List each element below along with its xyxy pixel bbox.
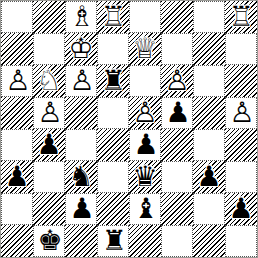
square-a7[interactable] <box>1 33 33 65</box>
square-a2[interactable] <box>1 193 33 225</box>
piece-glyph: ♙ <box>161 65 193 97</box>
piece-black-queen: ♛♛ <box>129 161 161 193</box>
square-f7[interactable] <box>161 33 193 65</box>
square-c2[interactable]: ♟♟ <box>65 193 97 225</box>
piece-white-knight: ♞♘ <box>33 65 65 97</box>
square-f5[interactable]: ♟♟ <box>161 97 193 129</box>
square-d8[interactable]: ♜♖ <box>97 1 129 33</box>
piece-black-pawn: ♟♟ <box>225 193 257 225</box>
piece-black-pawn: ♟♟ <box>193 161 225 193</box>
square-b8[interactable] <box>33 1 65 33</box>
square-b3[interactable] <box>33 161 65 193</box>
piece-glyph: ♟ <box>1 161 33 193</box>
piece-white-pawn: ♟♙ <box>161 65 193 97</box>
square-g7[interactable] <box>193 33 225 65</box>
square-c8[interactable]: ♝♗ <box>65 1 97 33</box>
piece-glyph: ♙ <box>66 65 97 97</box>
square-e2[interactable]: ♝♝ <box>129 193 161 225</box>
square-b7[interactable] <box>33 33 65 65</box>
square-e6[interactable] <box>129 65 161 97</box>
square-h6[interactable] <box>225 65 257 97</box>
piece-white-pawn: ♟♙ <box>129 97 161 129</box>
square-d6[interactable]: ♜♜ <box>97 65 129 97</box>
square-g6[interactable] <box>193 65 225 97</box>
piece-glyph: ♙ <box>129 97 161 129</box>
square-h4[interactable] <box>225 129 257 161</box>
piece-black-rook: ♜♜ <box>98 225 128 257</box>
square-f1[interactable] <box>161 225 193 257</box>
square-e4[interactable]: ♟♟ <box>129 129 161 161</box>
piece-black-pawn: ♟♟ <box>1 161 33 193</box>
square-a3[interactable]: ♟♟ <box>1 161 33 193</box>
square-d4[interactable] <box>97 129 129 161</box>
square-f6[interactable]: ♟♙ <box>161 65 193 97</box>
piece-glyph: ♟ <box>66 193 97 225</box>
square-g5[interactable] <box>193 97 225 129</box>
piece-glyph: ♔ <box>65 33 97 65</box>
piece-black-rook: ♜♜ <box>97 65 129 97</box>
piece-black-pawn: ♟♟ <box>33 129 65 161</box>
piece-glyph: ♟ <box>193 161 225 193</box>
square-b6[interactable]: ♞♘ <box>33 65 65 97</box>
piece-glyph: ♚ <box>34 225 65 257</box>
piece-white-king: ♚♔ <box>65 33 97 65</box>
square-f4[interactable] <box>161 129 193 161</box>
piece-white-queen: ♛♕ <box>129 33 161 65</box>
square-h7[interactable] <box>225 33 257 65</box>
square-c6[interactable]: ♟♙ <box>65 65 97 97</box>
piece-black-king: ♚♚ <box>34 225 64 257</box>
piece-glyph: ♟ <box>162 97 193 129</box>
square-e1[interactable] <box>129 225 161 257</box>
square-a1[interactable] <box>1 225 33 257</box>
piece-glyph: ♜ <box>97 65 129 97</box>
square-e5[interactable]: ♟♙ <box>129 97 161 129</box>
square-c3[interactable]: ♞♞ <box>65 161 97 193</box>
square-g4[interactable] <box>193 129 225 161</box>
piece-glyph: ♛ <box>129 161 161 193</box>
square-c7[interactable]: ♚♔ <box>65 33 97 65</box>
square-d3[interactable] <box>97 161 129 193</box>
square-g8[interactable] <box>193 1 225 33</box>
square-c4[interactable] <box>65 129 97 161</box>
square-b4[interactable]: ♟♟ <box>33 129 65 161</box>
square-e3[interactable]: ♛♛ <box>129 161 161 193</box>
piece-glyph: ♟ <box>225 193 257 225</box>
piece-black-pawn: ♟♟ <box>162 97 192 129</box>
piece-glyph: ♙ <box>34 97 65 129</box>
square-h5[interactable]: ♟♙ <box>225 97 257 129</box>
piece-black-bishop: ♝♝ <box>130 193 160 225</box>
piece-glyph: ♟ <box>130 129 161 161</box>
square-c5[interactable] <box>65 97 97 129</box>
piece-white-rook: ♜♖ <box>225 1 257 33</box>
piece-glyph: ♖ <box>225 1 257 33</box>
square-h3[interactable] <box>225 161 257 193</box>
piece-black-pawn: ♟♟ <box>130 129 160 161</box>
square-h1[interactable] <box>225 225 257 257</box>
square-c1[interactable] <box>65 225 97 257</box>
piece-glyph: ♙ <box>2 65 33 97</box>
piece-glyph: ♕ <box>129 33 161 65</box>
piece-glyph: ♘ <box>33 65 65 97</box>
square-a6[interactable]: ♟♙ <box>1 65 33 97</box>
piece-white-pawn: ♟♙ <box>226 97 256 129</box>
square-g2[interactable] <box>193 193 225 225</box>
square-e8[interactable] <box>129 1 161 33</box>
piece-white-bishop: ♝♗ <box>66 1 96 33</box>
piece-white-rook: ♜♖ <box>97 1 129 33</box>
piece-glyph: ♟ <box>33 129 65 161</box>
square-d7[interactable] <box>97 33 129 65</box>
square-a4[interactable] <box>1 129 33 161</box>
square-b2[interactable] <box>33 193 65 225</box>
square-g1[interactable] <box>193 225 225 257</box>
piece-glyph: ♞ <box>65 161 97 193</box>
square-e7[interactable]: ♛♕ <box>129 33 161 65</box>
piece-glyph: ♖ <box>97 1 129 33</box>
square-b5[interactable]: ♟♙ <box>33 97 65 129</box>
chess-board: ♝♗♜♖♜♖♚♔♛♕♟♙♞♘♟♙♜♜♟♙♟♙♟♙♟♟♟♙♟♟♟♟♟♟♞♞♛♛♟♟… <box>0 0 258 258</box>
square-a8[interactable] <box>1 1 33 33</box>
square-h2[interactable]: ♟♟ <box>225 193 257 225</box>
square-h8[interactable]: ♜♖ <box>225 1 257 33</box>
square-a5[interactable] <box>1 97 33 129</box>
square-d2[interactable] <box>97 193 129 225</box>
square-b1[interactable]: ♚♚ <box>33 225 65 257</box>
piece-black-pawn: ♟♟ <box>66 193 96 225</box>
square-d5[interactable] <box>97 97 129 129</box>
piece-white-pawn: ♟♙ <box>66 65 96 97</box>
piece-glyph: ♙ <box>226 97 257 129</box>
piece-glyph: ♗ <box>66 1 97 33</box>
piece-glyph: ♜ <box>98 225 129 257</box>
square-d1[interactable]: ♜♜ <box>97 225 129 257</box>
piece-white-pawn: ♟♙ <box>34 97 64 129</box>
piece-glyph: ♝ <box>130 193 161 225</box>
piece-black-knight: ♞♞ <box>65 161 97 193</box>
chess-diagram: ♝♗♜♖♜♖♚♔♛♕♟♙♞♘♟♙♜♜♟♙♟♙♟♙♟♟♟♙♟♟♟♟♟♟♞♞♛♛♟♟… <box>0 0 258 258</box>
piece-white-pawn: ♟♙ <box>2 65 32 97</box>
square-f2[interactable] <box>161 193 193 225</box>
square-f3[interactable] <box>161 161 193 193</box>
square-g3[interactable]: ♟♟ <box>193 161 225 193</box>
square-f8[interactable] <box>161 1 193 33</box>
